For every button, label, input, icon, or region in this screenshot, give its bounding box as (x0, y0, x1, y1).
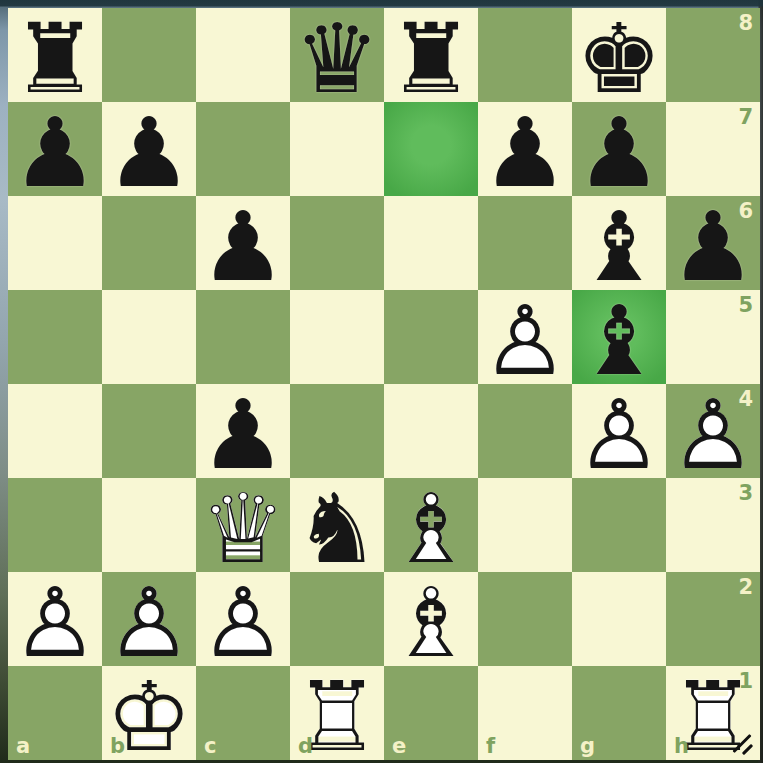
square-d7[interactable] (290, 102, 384, 196)
square-g4[interactable]: ♟♙ (572, 384, 666, 478)
square-h7[interactable]: 7 (666, 102, 760, 196)
black-queen[interactable]: ♛ (294, 11, 380, 107)
square-f6[interactable] (478, 196, 572, 290)
black-pawn[interactable]: ♟ (576, 105, 662, 201)
square-c4[interactable]: ♟ (196, 384, 290, 478)
square-h5[interactable]: 5 (666, 290, 760, 384)
square-d6[interactable] (290, 196, 384, 290)
black-pawn[interactable]: ♟ (200, 387, 286, 483)
square-f4[interactable] (478, 384, 572, 478)
square-a7[interactable]: ♟ (8, 102, 102, 196)
square-e2[interactable]: ♝♗ (384, 572, 478, 666)
square-g6[interactable]: ♝ (572, 196, 666, 290)
square-h6[interactable]: ♟6 (666, 196, 760, 290)
square-a5[interactable] (8, 290, 102, 384)
rank-label-5: 5 (738, 295, 753, 316)
square-b1[interactable]: ♚♔b (102, 666, 196, 760)
app-window: ♜♛♜♚8♟♟♟♟7♟♝♟6♟♙♝5♟♟♙♟♙4♛♕♞♝♗3♟♙♟♙♟♙♝♗2a… (0, 0, 763, 763)
square-h2[interactable]: 2 (666, 572, 760, 666)
square-f1[interactable]: f (478, 666, 572, 760)
square-h8[interactable]: 8 (666, 8, 760, 102)
black-bishop[interactable]: ♝ (576, 293, 662, 389)
square-a1[interactable]: a (8, 666, 102, 760)
white-pawn[interactable]: ♟♙ (200, 575, 286, 671)
white-rook[interactable]: ♜♖ (294, 669, 380, 763)
square-h4[interactable]: ♟♙4 (666, 384, 760, 478)
square-b3[interactable] (102, 478, 196, 572)
square-g8[interactable]: ♚ (572, 8, 666, 102)
square-g5[interactable]: ♝ (572, 290, 666, 384)
square-g7[interactable]: ♟ (572, 102, 666, 196)
black-rook[interactable]: ♜ (388, 11, 474, 107)
square-c7[interactable] (196, 102, 290, 196)
square-c6[interactable]: ♟ (196, 196, 290, 290)
black-rook[interactable]: ♜ (12, 11, 98, 107)
square-c1[interactable]: c (196, 666, 290, 760)
rank-label-8: 8 (738, 13, 753, 34)
square-e8[interactable]: ♜ (384, 8, 478, 102)
file-label-f: f (486, 736, 495, 757)
square-e6[interactable] (384, 196, 478, 290)
square-d4[interactable] (290, 384, 384, 478)
file-label-a: a (16, 736, 30, 757)
white-queen[interactable]: ♛♕ (200, 481, 286, 577)
square-e5[interactable] (384, 290, 478, 384)
black-bishop[interactable]: ♝ (576, 199, 662, 295)
square-b7[interactable]: ♟ (102, 102, 196, 196)
rank-label-2: 2 (738, 577, 753, 598)
file-label-e: e (392, 736, 406, 757)
square-f8[interactable] (478, 8, 572, 102)
square-d3[interactable]: ♞ (290, 478, 384, 572)
black-pawn[interactable]: ♟ (482, 105, 568, 201)
square-d1[interactable]: ♜♖d (290, 666, 384, 760)
square-f7[interactable]: ♟ (478, 102, 572, 196)
square-a6[interactable] (8, 196, 102, 290)
rank-label-7: 7 (738, 107, 753, 128)
square-e4[interactable] (384, 384, 478, 478)
square-e3[interactable]: ♝♗ (384, 478, 478, 572)
square-f2[interactable] (478, 572, 572, 666)
square-f3[interactable] (478, 478, 572, 572)
square-d2[interactable] (290, 572, 384, 666)
white-pawn[interactable]: ♟♙ (670, 387, 756, 483)
square-d8[interactable]: ♛ (290, 8, 384, 102)
white-bishop[interactable]: ♝♗ (388, 481, 474, 577)
square-c5[interactable] (196, 290, 290, 384)
white-pawn[interactable]: ♟♙ (106, 575, 192, 671)
square-c8[interactable] (196, 8, 290, 102)
square-b8[interactable] (102, 8, 196, 102)
white-pawn[interactable]: ♟♙ (576, 387, 662, 483)
square-a3[interactable] (8, 478, 102, 572)
square-g1[interactable]: g (572, 666, 666, 760)
square-a8[interactable]: ♜ (8, 8, 102, 102)
black-pawn[interactable]: ♟ (200, 199, 286, 295)
white-pawn[interactable]: ♟♙ (482, 293, 568, 389)
square-a4[interactable] (8, 384, 102, 478)
white-pawn[interactable]: ♟♙ (12, 575, 98, 671)
square-g3[interactable] (572, 478, 666, 572)
square-d5[interactable] (290, 290, 384, 384)
resize-handle-icon[interactable] (730, 729, 758, 757)
square-a2[interactable]: ♟♙ (8, 572, 102, 666)
square-b5[interactable] (102, 290, 196, 384)
white-king[interactable]: ♚♔ (106, 669, 192, 763)
square-e7[interactable] (384, 102, 478, 196)
black-pawn[interactable]: ♟ (12, 105, 98, 201)
black-knight[interactable]: ♞ (294, 481, 380, 577)
square-h3[interactable]: 3 (666, 478, 760, 572)
square-c2[interactable]: ♟♙ (196, 572, 290, 666)
square-b2[interactable]: ♟♙ (102, 572, 196, 666)
chess-board: ♜♛♜♚8♟♟♟♟7♟♝♟6♟♙♝5♟♟♙♟♙4♛♕♞♝♗3♟♙♟♙♟♙♝♗2a… (8, 8, 760, 760)
file-label-c: c (204, 736, 216, 757)
square-c3[interactable]: ♛♕ (196, 478, 290, 572)
white-bishop[interactable]: ♝♗ (388, 575, 474, 671)
square-b4[interactable] (102, 384, 196, 478)
file-label-g: g (580, 736, 595, 757)
rank-label-3: 3 (738, 483, 753, 504)
square-f5[interactable]: ♟♙ (478, 290, 572, 384)
square-b6[interactable] (102, 196, 196, 290)
black-pawn[interactable]: ♟ (670, 199, 756, 295)
black-king[interactable]: ♚ (576, 11, 662, 107)
black-pawn[interactable]: ♟ (106, 105, 192, 201)
square-e1[interactable]: e (384, 666, 478, 760)
square-g2[interactable] (572, 572, 666, 666)
